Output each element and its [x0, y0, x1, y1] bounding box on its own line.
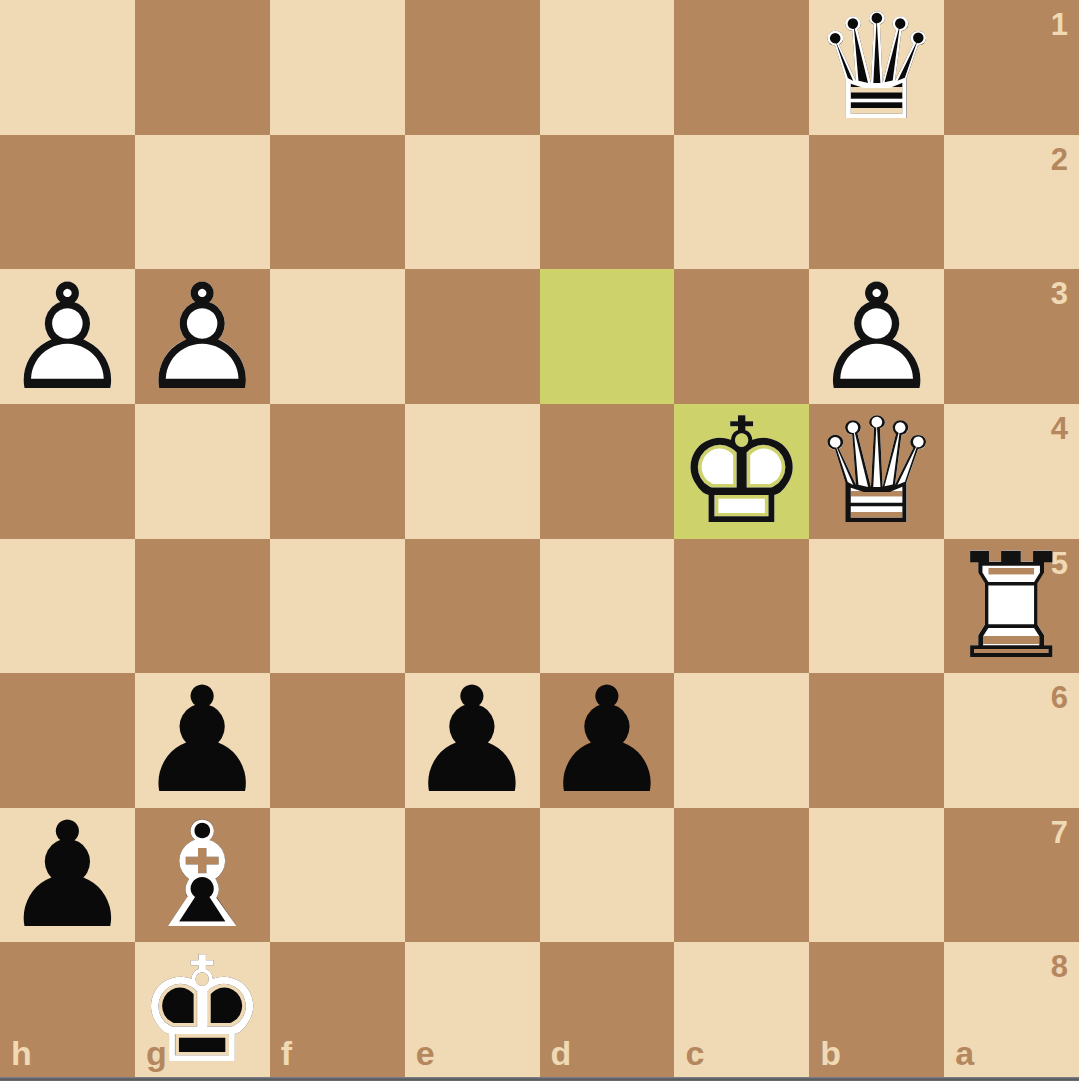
white-rook[interactable]: ♜♖	[944, 539, 1079, 674]
square-d4[interactable]	[540, 404, 675, 539]
square-c4[interactable]: ♚♔	[674, 404, 809, 539]
square-d1[interactable]	[540, 0, 675, 135]
square-a1[interactable]: 1	[944, 0, 1079, 135]
rank-label-4: 4	[1051, 413, 1068, 444]
square-g2[interactable]	[135, 135, 270, 270]
square-g6[interactable]: ♟♙	[135, 673, 270, 808]
square-b1[interactable]: ♛♕	[809, 0, 944, 135]
square-d3[interactable]	[540, 269, 675, 404]
square-h3[interactable]: ♟♙	[0, 269, 135, 404]
square-a3[interactable]: 3	[944, 269, 1079, 404]
square-g7[interactable]: ♝♗	[135, 808, 270, 943]
square-h1[interactable]	[0, 0, 135, 135]
square-c3[interactable]	[674, 269, 809, 404]
square-f6[interactable]	[270, 673, 405, 808]
rank-label-1: 1	[1051, 9, 1068, 40]
chess-app: ♛♕12♟♙♟♙♟♙3♚♔♛♕45♜♖♟♙♟♙♟♙6♟♙♝♗7hg♚♔fedcb…	[0, 0, 1079, 1081]
chess-board: ♛♕12♟♙♟♙♟♙3♚♔♛♕45♜♖♟♙♟♙♟♙6♟♙♝♗7hg♚♔fedcb…	[0, 0, 1079, 1077]
square-e5[interactable]	[405, 539, 540, 674]
file-label-h: h	[11, 1036, 32, 1070]
square-b7[interactable]	[809, 808, 944, 943]
black-king[interactable]: ♚♔	[135, 942, 270, 1077]
square-b8[interactable]: b	[809, 942, 944, 1077]
square-e3[interactable]	[405, 269, 540, 404]
square-a5[interactable]: 5♜♖	[944, 539, 1079, 674]
square-b3[interactable]: ♟♙	[809, 269, 944, 404]
file-label-d: d	[551, 1036, 572, 1070]
black-bishop[interactable]: ♝♗	[135, 808, 270, 943]
square-h5[interactable]	[0, 539, 135, 674]
file-label-f: f	[281, 1036, 292, 1070]
square-c8[interactable]: c	[674, 942, 809, 1077]
square-c5[interactable]	[674, 539, 809, 674]
square-e6[interactable]: ♟♙	[405, 673, 540, 808]
square-f1[interactable]	[270, 0, 405, 135]
white-queen[interactable]: ♛♕	[809, 404, 944, 539]
square-f7[interactable]	[270, 808, 405, 943]
rank-label-7: 7	[1051, 817, 1068, 848]
white-pawn[interactable]: ♟♙	[135, 269, 270, 404]
rank-label-8: 8	[1051, 951, 1068, 982]
square-c6[interactable]	[674, 673, 809, 808]
page-edge-strip	[0, 1077, 1079, 1081]
square-a6[interactable]: 6	[944, 673, 1079, 808]
square-h8[interactable]: h	[0, 942, 135, 1077]
rank-label-2: 2	[1051, 144, 1068, 175]
square-f3[interactable]	[270, 269, 405, 404]
square-b5[interactable]	[809, 539, 944, 674]
square-f2[interactable]	[270, 135, 405, 270]
rank-label-6: 6	[1051, 682, 1068, 713]
square-e1[interactable]	[405, 0, 540, 135]
square-b2[interactable]	[809, 135, 944, 270]
square-c7[interactable]	[674, 808, 809, 943]
black-pawn[interactable]: ♟♙	[540, 673, 675, 808]
square-d5[interactable]	[540, 539, 675, 674]
square-h7[interactable]: ♟♙	[0, 808, 135, 943]
rank-label-3: 3	[1051, 278, 1068, 309]
square-e2[interactable]	[405, 135, 540, 270]
file-label-e: e	[416, 1036, 435, 1070]
square-c1[interactable]	[674, 0, 809, 135]
square-g4[interactable]	[135, 404, 270, 539]
square-h2[interactable]	[0, 135, 135, 270]
square-f4[interactable]	[270, 404, 405, 539]
square-h6[interactable]	[0, 673, 135, 808]
file-label-b: b	[820, 1036, 841, 1070]
file-label-c: c	[685, 1036, 704, 1070]
square-a2[interactable]: 2	[944, 135, 1079, 270]
black-pawn[interactable]: ♟♙	[0, 808, 135, 943]
white-king[interactable]: ♚♔	[674, 404, 809, 539]
black-pawn[interactable]: ♟♙	[405, 673, 540, 808]
square-a4[interactable]: 4	[944, 404, 1079, 539]
square-e7[interactable]	[405, 808, 540, 943]
square-g5[interactable]	[135, 539, 270, 674]
square-f8[interactable]: f	[270, 942, 405, 1077]
file-label-a: a	[955, 1036, 974, 1070]
square-d2[interactable]	[540, 135, 675, 270]
square-a7[interactable]: 7	[944, 808, 1079, 943]
square-e8[interactable]: e	[405, 942, 540, 1077]
square-d6[interactable]: ♟♙	[540, 673, 675, 808]
square-c2[interactable]	[674, 135, 809, 270]
white-pawn[interactable]: ♟♙	[0, 269, 135, 404]
square-g1[interactable]	[135, 0, 270, 135]
square-a8[interactable]: a8	[944, 942, 1079, 1077]
white-pawn[interactable]: ♟♙	[809, 269, 944, 404]
square-d8[interactable]: d	[540, 942, 675, 1077]
black-queen[interactable]: ♛♕	[809, 0, 944, 135]
square-h4[interactable]	[0, 404, 135, 539]
square-b4[interactable]: ♛♕	[809, 404, 944, 539]
square-e4[interactable]	[405, 404, 540, 539]
square-g8[interactable]: g♚♔	[135, 942, 270, 1077]
square-g3[interactable]: ♟♙	[135, 269, 270, 404]
square-f5[interactable]	[270, 539, 405, 674]
square-b6[interactable]	[809, 673, 944, 808]
black-pawn[interactable]: ♟♙	[135, 673, 270, 808]
square-d7[interactable]	[540, 808, 675, 943]
